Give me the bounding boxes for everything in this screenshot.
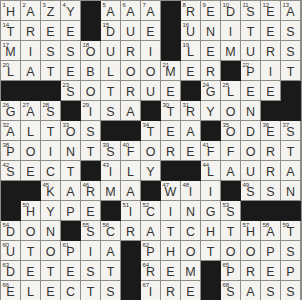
grid-cell[interactable]: O [141,61,161,81]
cell-letter: R [266,46,275,61]
cell-letter: M [105,186,115,201]
cell-letter: C [66,286,75,300]
grid-cell[interactable]: A [181,121,201,141]
black-square [41,81,61,101]
grid-cell[interactable]: 24G [201,81,221,101]
grid-cell[interactable]: E [141,21,161,41]
clue-number: 6 [123,2,126,8]
grid-cell[interactable]: U [241,161,261,181]
black-square [81,1,101,21]
grid-cell[interactable]: 66E [1,281,21,300]
grid-cell[interactable]: 10D [221,1,241,21]
grid-cell[interactable]: T [201,241,221,261]
grid-cell[interactable]: U [121,21,141,41]
grid-cell[interactable]: 39S [101,141,121,161]
grid-cell[interactable]: E [241,81,261,101]
grid-cell[interactable]: H [161,241,181,261]
grid-cell[interactable]: 64R [141,261,161,281]
grid-cell[interactable]: 54D [1,221,21,241]
grid-cell[interactable]: E [261,81,281,101]
cell-letter: T [27,246,35,261]
grid-cell[interactable]: E [61,61,81,81]
clue-number: 20 [3,62,9,68]
grid-cell[interactable]: 25L [221,81,241,101]
black-square [181,81,201,101]
cell-letter: O [26,146,36,161]
grid-cell[interactable]: 13A [281,1,301,21]
grid-cell[interactable]: 12E [261,1,281,21]
clue-number: 31 [183,102,189,108]
cell-letter: A [26,6,34,21]
clue-number: 46 [83,182,89,188]
grid-cell[interactable]: T [21,241,41,261]
black-square [281,101,301,121]
grid-cell[interactable]: C [181,221,201,241]
grid-cell[interactable]: E [161,261,181,281]
grid-cell[interactable]: G [201,201,221,221]
grid-cell[interactable]: E [181,61,201,81]
grid-cell[interactable]: A [121,181,141,201]
cell-letter: S [46,46,54,61]
grid-cell[interactable]: L [101,61,121,81]
grid-cell[interactable]: 51I [121,201,141,221]
cell-letter: S [86,126,94,141]
grid-cell[interactable]: S [261,181,281,201]
grid-cell[interactable]: T [41,61,61,81]
cell-letter: I [209,186,212,201]
grid-cell[interactable]: E [41,21,61,41]
cell-letter: T [7,26,15,41]
grid-cell[interactable]: 18O [81,41,101,61]
grid-cell[interactable]: E [61,261,81,281]
grid-cell[interactable]: O [241,241,261,261]
grid-cell[interactable]: M [221,41,241,61]
grid-cell[interactable]: O [81,81,101,101]
grid-cell[interactable]: L [21,281,41,300]
cell-letter: O [66,126,76,141]
grid-cell[interactable]: T [81,281,101,300]
grid-cell[interactable]: 65P [221,261,241,281]
cell-letter: T [87,286,95,300]
grid-cell[interactable]: 67I [141,281,161,300]
cell-letter: O [86,86,96,101]
grid-cell[interactable]: 6A [121,1,141,21]
grid-cell[interactable]: 30T [161,101,181,121]
grid-cell[interactable]: M [101,181,121,201]
grid-cell[interactable]: 2A [21,1,41,21]
cell-letter: O [186,246,196,261]
grid-cell[interactable]: Y [141,161,161,181]
grid-cell[interactable]: 48I [181,181,201,201]
grid-cell[interactable]: O [41,241,61,261]
cell-letter: S [66,86,74,101]
grid-cell[interactable]: R [161,281,181,300]
grid-cell[interactable]: 58A [261,221,281,241]
cell-letter: U [6,246,15,261]
grid-cell[interactable]: S [61,41,81,61]
grid-cell[interactable]: E [21,161,41,181]
grid-cell[interactable]: 5A [101,1,121,21]
grid-cell[interactable]: 14T [1,21,21,41]
grid-cell[interactable]: 9E [201,1,221,21]
cell-letter: R [246,266,255,281]
cell-letter: Y [206,106,214,121]
cell-letter: E [166,126,174,141]
grid-cell[interactable]: 28S [41,101,61,121]
grid-cell[interactable]: 20L [1,61,21,81]
grid-cell[interactable]: 35O [221,121,241,141]
grid-cell[interactable]: O [241,141,261,161]
clue-number: 35 [223,122,229,128]
grid-cell[interactable]: E [61,21,81,41]
cell-letter: E [146,26,154,41]
grid-cell[interactable]: D [241,121,261,141]
cell-letter: N [66,146,75,161]
grid-cell[interactable]: E [261,261,281,281]
grid-cell[interactable]: U [141,81,161,101]
clue-number: 37 [283,122,289,128]
black-square [261,101,281,121]
cell-letter: I [169,206,172,221]
clue-number: 18 [83,42,89,48]
clue-number: 22 [243,62,249,68]
grid-cell[interactable]: E [181,141,201,161]
grid-cell[interactable]: E [201,41,221,61]
grid-cell[interactable]: 33O [61,121,81,141]
grid-cell[interactable]: R [261,41,281,61]
grid-cell[interactable]: 52C [141,201,161,221]
grid-cell[interactable]: R [121,221,141,241]
black-square [161,1,181,21]
grid-cell[interactable]: 56C [101,221,121,241]
grid-cell[interactable]: 57H [241,221,261,241]
cell-letter: H [206,226,215,241]
black-square [221,61,241,81]
grid-cell[interactable]: S [281,241,301,261]
black-square [121,281,141,300]
grid-cell[interactable]: 43I [101,161,121,181]
cell-letter: O [86,46,96,61]
grid-cell[interactable]: A [61,181,81,201]
clue-number: 45 [43,182,49,188]
grid-cell[interactable]: 53S [221,201,241,221]
cell-letter: L [227,86,234,101]
grid-cell[interactable]: T [221,221,241,241]
cell-letter: R [166,146,175,161]
grid-cell[interactable]: T [41,121,61,141]
cell-letter: D [106,26,115,41]
clue-number: 8 [183,2,186,8]
cell-letter: A [226,166,234,181]
clue-number: 60 [3,242,9,248]
grid-cell[interactable]: S [281,281,301,300]
black-square [181,161,201,181]
grid-cell[interactable]: 46R [81,181,101,201]
grid-cell[interactable]: 4Y [61,1,81,21]
grid-cell[interactable]: L [21,121,41,141]
cell-letter: U [186,26,195,41]
grid-cell[interactable]: 22P [241,61,261,81]
clue-number: 23 [63,82,69,88]
cell-letter: E [26,266,34,281]
cell-letter: E [26,166,34,181]
grid-cell[interactable]: 26G [1,101,21,121]
grid-cell[interactable]: E [21,261,41,281]
grid-cell[interactable]: E [161,121,181,141]
grid-cell[interactable]: 31R [181,101,201,121]
crossword-grid: 1H2A3Z4Y5A6A7A8R9E10D11S12E13A14TREE15DU… [0,0,302,300]
grid-cell[interactable]: R [161,141,181,161]
grid-cell[interactable]: 68S [221,281,241,300]
grid-cell[interactable]: E [41,281,61,300]
grid-cell[interactable]: C [41,161,61,181]
grid-cell[interactable]: 37S [281,121,301,141]
grid-cell[interactable]: 42S [1,161,21,181]
cell-letter: P [6,146,14,161]
grid-cell[interactable]: I [21,41,41,61]
grid-cell[interactable]: 49S [241,181,261,201]
cell-letter: H [166,246,175,261]
grid-cell[interactable]: S [81,261,101,281]
cell-letter: U [126,26,135,41]
cell-letter: E [266,266,274,281]
grid-cell[interactable]: S [281,21,301,41]
grid-cell[interactable]: R [121,81,141,101]
grid-cell[interactable]: 32A [1,121,21,141]
cell-letter: F [227,146,235,161]
cell-letter: T [147,126,155,141]
grid-cell[interactable]: A [21,61,41,81]
grid-cell[interactable]: A [281,161,301,181]
grid-cell[interactable]: N [281,181,301,201]
grid-cell[interactable]: I [221,21,241,41]
grid-cell[interactable]: A [121,101,141,121]
grid-cell[interactable]: S [41,41,61,61]
cell-letter: R [146,266,155,281]
cell-letter: O [146,146,156,161]
grid-cell[interactable]: 34T [141,121,161,141]
grid-cell[interactable]: M [181,261,201,281]
grid-cell[interactable]: T [281,61,301,81]
grid-cell[interactable]: R [21,21,41,41]
black-square [161,21,181,41]
grid-cell[interactable]: U [241,41,261,61]
black-square [101,121,121,141]
grid-cell[interactable]: 45K [41,181,61,201]
black-square [61,101,81,121]
grid-cell[interactable]: T [81,141,101,161]
grid-cell[interactable]: R [241,261,261,281]
grid-cell[interactable]: C [61,281,81,300]
grid-cell[interactable]: O [21,141,41,161]
black-square [101,201,121,221]
cell-letter: I [229,26,232,41]
cell-letter: S [106,286,114,300]
grid-cell[interactable]: L [121,161,141,181]
grid-cell[interactable]: P [261,241,281,261]
grid-cell[interactable]: A [221,161,241,181]
clue-number: 16 [183,22,189,28]
grid-cell[interactable]: S [281,41,301,61]
grid-cell[interactable]: N [241,101,261,121]
cell-letter: O [246,146,256,161]
cell-letter: T [47,266,55,281]
grid-cell[interactable]: I [201,181,221,201]
grid-cell[interactable]: O [141,141,161,161]
grid-cell[interactable]: E [181,281,201,300]
grid-cell[interactable]: R [121,41,141,61]
grid-cell[interactable]: T [161,221,181,241]
grid-cell[interactable]: I [141,41,161,61]
grid-cell[interactable]: N [41,221,61,241]
clue-number: 56 [103,222,109,228]
cell-letter: O [246,246,256,261]
cell-letter: I [129,206,132,221]
cell-letter: T [227,226,235,241]
clue-number: 9 [203,2,206,8]
grid-cell[interactable]: 60U [1,241,21,261]
grid-cell[interactable]: 17M [1,41,21,61]
grid-cell[interactable]: 44L [201,161,221,181]
grid-cell[interactable]: P [61,201,81,221]
cell-letter: P [286,266,294,281]
grid-cell[interactable]: A [241,281,261,300]
cell-letter: G [206,86,216,101]
grid-cell[interactable]: 8R [181,1,201,21]
grid-cell[interactable]: 38P [1,141,21,161]
grid-cell[interactable]: N [61,141,81,161]
grid-cell[interactable]: T [101,261,121,281]
grid-cell[interactable]: 50H [21,201,41,221]
grid-cell[interactable]: O [181,241,201,261]
grid-cell[interactable]: 15D [101,21,121,41]
grid-cell[interactable]: 62P [141,241,161,261]
grid-cell[interactable]: R [261,161,281,181]
grid-cell[interactable]: N [181,201,201,221]
cell-letter: O [46,246,56,261]
cell-letter: T [207,246,215,261]
cell-letter: T [247,26,255,41]
grid-cell[interactable]: E [161,81,181,101]
cell-letter: E [166,266,174,281]
grid-cell[interactable]: O [221,101,241,121]
grid-cell[interactable]: 27A [21,101,41,121]
grid-cell[interactable]: 40F [121,141,141,161]
grid-cell[interactable]: I [41,141,61,161]
grid-cell[interactable]: S [261,281,281,300]
clue-number: 38 [3,142,9,148]
grid-cell[interactable]: F [221,141,241,161]
grid-cell[interactable]: T [241,21,261,41]
clue-number: 30 [163,102,169,108]
grid-cell[interactable]: 23S [61,81,81,101]
grid-cell[interactable]: 61P [61,241,81,261]
grid-cell[interactable]: T [101,81,121,101]
grid-cell[interactable]: 7A [141,1,161,21]
cell-letter: T [47,66,55,81]
grid-cell[interactable]: 3Z [41,1,61,21]
grid-cell[interactable]: O [121,61,141,81]
cell-letter: S [6,166,14,181]
clue-number: 12 [263,2,269,8]
grid-cell[interactable]: E [81,201,101,221]
clue-number: 34 [143,122,149,128]
cell-letter: A [186,126,194,141]
grid-cell[interactable]: U [101,41,121,61]
cell-letter: T [287,66,295,81]
cell-letter: R [186,6,195,21]
grid-cell[interactable]: A [141,221,161,241]
grid-cell[interactable]: O [221,241,241,261]
cell-letter: E [86,206,94,221]
cell-letter: S [106,106,114,121]
grid-cell[interactable]: 59T [281,221,301,241]
cell-letter: H [26,206,35,221]
grid-cell[interactable]: R [201,61,221,81]
grid-cell[interactable]: R [261,141,281,161]
clue-number: 21 [163,62,169,68]
grid-cell[interactable]: 21M [161,61,181,81]
grid-cell[interactable]: Y [41,201,61,221]
grid-cell[interactable]: 36E [261,121,281,141]
cell-letter: F [207,146,215,161]
grid-cell[interactable]: 16U [181,21,201,41]
grid-cell[interactable]: 19L [181,41,201,61]
grid-cell[interactable]: Y [201,101,221,121]
cell-letter: T [107,266,115,281]
grid-cell[interactable]: 29I [81,101,101,121]
cell-letter: L [127,166,134,181]
grid-cell[interactable]: T [61,161,81,181]
grid-cell[interactable]: I [81,241,101,261]
grid-cell[interactable]: 1H [1,1,21,21]
grid-cell[interactable]: B [81,61,101,81]
clue-number: 39 [103,142,109,148]
grid-cell[interactable]: E [261,21,281,41]
grid-cell[interactable]: 41F [201,141,221,161]
grid-cell[interactable]: S [101,281,121,300]
grid-cell[interactable]: 63D [1,261,21,281]
grid-cell[interactable]: I [261,61,281,81]
cell-letter: T [287,226,295,241]
grid-cell[interactable]: S [81,121,101,141]
cell-letter: S [266,186,274,201]
grid-cell[interactable]: S [101,101,121,121]
grid-cell[interactable]: H [201,221,221,241]
grid-cell[interactable]: A [101,241,121,261]
clue-number: 32 [3,122,9,128]
cell-letter: S [66,46,74,61]
grid-cell[interactable]: N [201,21,221,41]
grid-cell[interactable]: 55S [81,221,101,241]
grid-cell[interactable]: 47W [161,181,181,201]
cell-letter: S [46,106,54,121]
black-square [1,81,21,101]
cell-letter: T [47,126,55,141]
grid-cell[interactable]: T [281,141,301,161]
grid-cell[interactable]: I [161,201,181,221]
cell-letter: E [186,66,194,81]
black-square [121,261,141,281]
cell-letter: U [246,166,255,181]
grid-cell[interactable]: T [41,261,61,281]
cell-letter: A [106,246,114,261]
black-square [141,181,161,201]
grid-cell[interactable]: 11S [241,1,261,21]
cell-letter: R [166,286,175,300]
grid-cell[interactable]: O [21,221,41,241]
grid-cell[interactable]: P [281,261,301,281]
